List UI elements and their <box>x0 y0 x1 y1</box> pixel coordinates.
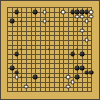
hoshi-point <box>48 76 50 78</box>
go-board[interactable] <box>0 0 100 100</box>
black-stone <box>9 66 14 71</box>
grid-hline <box>7 7 92 8</box>
hoshi-point <box>20 48 22 50</box>
grid-vline <box>26 7 27 92</box>
black-stone <box>33 9 38 14</box>
grid-hline <box>7 73 92 74</box>
white-stone <box>42 19 47 24</box>
grid-vline <box>82 7 83 92</box>
white-stone <box>61 9 66 14</box>
white-stone <box>23 84 28 89</box>
grid-vline <box>91 7 92 92</box>
grid-hline <box>7 40 92 41</box>
black-stone <box>80 66 85 71</box>
hoshi-point <box>76 48 78 50</box>
white-stone <box>84 37 89 42</box>
grid-hline <box>7 59 92 60</box>
grid-hline <box>7 91 92 92</box>
grid-vline <box>7 7 8 92</box>
grid-vline <box>63 7 64 92</box>
white-stone <box>66 75 71 80</box>
white-stone <box>89 14 94 19</box>
grid-vline <box>59 7 60 92</box>
white-stone <box>66 84 71 89</box>
hoshi-point <box>48 48 50 50</box>
grid-vline <box>31 7 32 92</box>
white-stone <box>84 19 89 24</box>
black-stone <box>14 51 19 56</box>
hoshi-point <box>20 76 22 78</box>
grid-hline <box>7 26 92 27</box>
black-stone <box>75 75 80 80</box>
grid-vline <box>54 7 55 92</box>
white-stone <box>14 75 19 80</box>
black-stone <box>80 51 85 56</box>
hoshi-point <box>76 20 78 22</box>
grid-hline <box>7 45 92 46</box>
white-stone <box>70 80 75 85</box>
grid-hline <box>7 82 92 83</box>
white-stone <box>80 14 85 19</box>
grid-vline <box>49 7 50 92</box>
hoshi-point <box>48 20 50 22</box>
grid-hline <box>7 87 92 88</box>
black-stone <box>33 75 38 80</box>
grid-hline <box>7 21 92 22</box>
grid-hline <box>7 49 92 50</box>
black-stone <box>9 19 14 24</box>
grid-vline <box>40 7 41 92</box>
go-app <box>0 0 100 100</box>
grid-hline <box>7 35 92 36</box>
black-stone <box>14 9 19 14</box>
white-stone <box>42 9 47 14</box>
black-stone <box>70 51 75 56</box>
hoshi-point <box>20 20 22 22</box>
white-stone <box>80 28 85 33</box>
grid-vline <box>21 7 22 92</box>
grid-hline <box>7 63 92 64</box>
black-stone <box>89 70 94 75</box>
